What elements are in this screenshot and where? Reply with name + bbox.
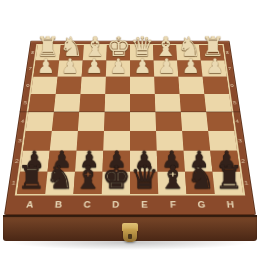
square-g6 [178,77,204,94]
piece-black-queen-e1: ♛ [130,161,159,193]
file-label-a: A [14,194,45,215]
rank-label-right-1: 1 [240,172,253,194]
rank-label-right-2: 2 [237,151,249,172]
square-f4 [155,112,182,131]
square-a7: ♟ [33,60,59,76]
rank-label-right-5: 5 [229,94,240,112]
piece-white-pawn-h7: ♟ [206,56,224,76]
piece-black-knight-g1: ♞ [186,161,215,193]
square-c7: ♟ [82,60,107,76]
piece-white-pawn-a7: ♟ [37,56,55,76]
square-g7: ♟ [177,60,202,76]
square-h7: ♟ [201,60,227,76]
square-g1: ♞ [185,172,215,194]
square-h4 [206,112,234,131]
square-d7: ♟ [106,60,130,76]
piece-white-pawn-g7: ♟ [181,56,199,76]
square-e1: ♛ [130,172,158,194]
square-a4 [26,112,54,131]
board-grid: ♜♞♝♚♛♝♞♜♟♟♟♟♟♟♟♟♟♟♟♟♟♟♟♟♜♞♝♚♛♝♞♜ [17,45,243,194]
piece-black-bishop-f1: ♝ [158,161,187,193]
square-e4 [130,112,156,131]
square-f7: ♟ [154,60,179,76]
square-f1: ♝ [157,172,186,194]
square-a6 [31,77,58,94]
rank-label-right-7: 7 [224,60,235,76]
piece-white-pawn-c7: ♟ [85,56,103,76]
square-g5 [180,94,207,112]
square-d4 [104,112,130,131]
chess-board: 87654321 87654321 ♜♞♝♚♛♝♞♜♟♟♟♟♟♟♟♟♟♟♟♟♟♟… [4,41,256,215]
square-d6 [105,77,130,94]
file-label-b: B [43,194,73,215]
file-label-h: H [215,194,246,215]
square-g4 [181,112,208,131]
square-h6 [203,77,230,94]
board-perspective-stage: 87654321 87654321 ♜♞♝♚♛♝♞♜♟♟♟♟♟♟♟♟♟♟♟♟♟♟… [0,0,260,215]
square-b7: ♟ [57,60,82,76]
rank-label-right-8: 8 [222,45,232,61]
piece-white-pawn-d7: ♟ [109,56,127,76]
rank-label-right-4: 4 [232,112,244,131]
piece-black-knight-b1: ♞ [45,161,74,193]
square-c1: ♝ [73,172,102,194]
file-label-f: F [158,194,188,215]
file-labels: ABCDEFGH [14,194,246,215]
square-b4 [52,112,79,131]
square-c4 [78,112,105,131]
square-d1: ♚ [102,172,130,194]
rank-label-right-3: 3 [234,131,246,151]
clasp-keyhole [128,234,132,239]
square-c6 [80,77,105,94]
piece-black-bishop-c1: ♝ [73,161,102,193]
file-label-c: C [72,194,102,215]
square-d5 [105,94,130,112]
file-label-g: G [187,194,217,215]
piece-black-rook-a1: ♜ [17,161,46,193]
rank-label-right-6: 6 [227,77,238,94]
square-e6 [130,77,155,94]
square-h5 [204,94,231,112]
square-h1: ♜ [212,172,243,194]
brass-clasp [120,223,140,245]
square-f5 [155,94,181,112]
square-f6 [154,77,179,94]
hinge-seam [20,111,241,112]
square-e5 [130,94,155,112]
file-label-e: E [130,194,159,215]
square-b6 [56,77,82,94]
piece-white-pawn-e7: ♟ [133,56,151,76]
piece-white-pawn-b7: ♟ [61,56,79,76]
piece-black-king-d1: ♚ [101,161,130,193]
square-e7: ♟ [130,60,154,76]
square-a5 [28,94,55,112]
file-label-d: D [101,194,130,215]
piece-white-pawn-f7: ♟ [157,56,175,76]
square-a1: ♜ [17,172,48,194]
square-b1: ♞ [45,172,75,194]
chess-set-photo: 87654321 87654321 ♜♞♝♚♛♝♞♜♟♟♟♟♟♟♟♟♟♟♟♟♟♟… [0,0,260,260]
square-c5 [79,94,105,112]
square-b5 [54,94,81,112]
